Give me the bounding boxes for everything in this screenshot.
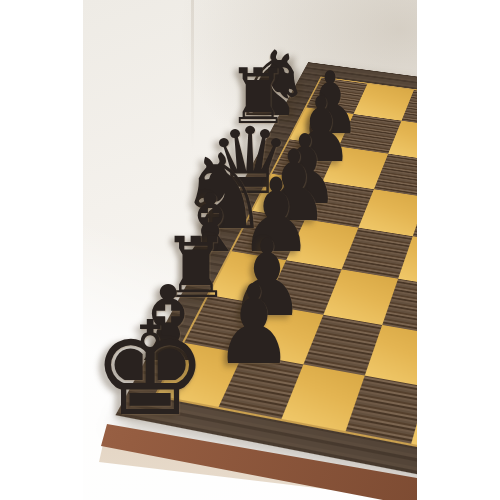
wall-seam [191,0,194,150]
board-frame [115,62,417,500]
chessboard [115,62,417,500]
chess-photo [83,0,417,500]
product-photo-canvas: ♞♜♛♞♝♜♝♚♟♟♟♟♟♟♟ [0,0,500,500]
